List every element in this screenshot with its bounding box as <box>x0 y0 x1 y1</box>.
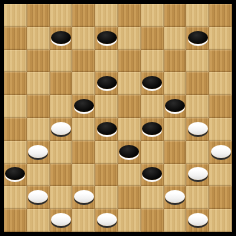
square-39[interactable] <box>141 164 164 187</box>
light-square <box>164 209 187 232</box>
black-piece-39[interactable] <box>142 167 162 180</box>
white-piece-27[interactable] <box>51 122 71 135</box>
light-square <box>4 95 27 118</box>
square-35[interactable] <box>209 141 232 164</box>
light-square <box>72 72 95 95</box>
square-45[interactable] <box>209 186 232 209</box>
light-square <box>186 186 209 209</box>
white-piece-40[interactable] <box>188 167 208 180</box>
light-square <box>50 141 73 164</box>
black-piece-8[interactable] <box>97 31 117 44</box>
square-22[interactable] <box>72 95 95 118</box>
light-square <box>164 118 187 141</box>
light-square <box>72 118 95 141</box>
black-piece-18[interactable] <box>97 76 117 89</box>
light-square <box>27 118 50 141</box>
light-square <box>186 4 209 27</box>
light-square <box>72 209 95 232</box>
draughts-board <box>4 4 232 232</box>
light-square <box>4 50 27 73</box>
square-11[interactable] <box>27 50 50 73</box>
square-33[interactable] <box>118 141 141 164</box>
black-piece-22[interactable] <box>74 99 94 112</box>
light-square <box>4 186 27 209</box>
light-square <box>118 209 141 232</box>
square-29[interactable] <box>141 118 164 141</box>
light-square <box>4 4 27 27</box>
square-19[interactable] <box>141 72 164 95</box>
light-square <box>27 164 50 187</box>
light-square <box>95 50 118 73</box>
light-square <box>50 50 73 73</box>
light-square <box>164 164 187 187</box>
black-piece-7[interactable] <box>51 31 71 44</box>
light-square <box>50 4 73 27</box>
light-square <box>4 141 27 164</box>
light-square <box>118 164 141 187</box>
light-square <box>186 141 209 164</box>
black-piece-28[interactable] <box>97 122 117 135</box>
light-square <box>72 164 95 187</box>
white-piece-31[interactable] <box>28 145 48 158</box>
square-4[interactable] <box>164 4 187 27</box>
square-23[interactable] <box>118 95 141 118</box>
white-piece-41[interactable] <box>28 190 48 203</box>
black-piece-36[interactable] <box>5 167 25 180</box>
square-49[interactable] <box>141 209 164 232</box>
square-5[interactable] <box>209 4 232 27</box>
white-piece-48[interactable] <box>97 213 117 226</box>
light-square <box>27 209 50 232</box>
light-square <box>27 27 50 50</box>
board-frame <box>0 0 236 236</box>
white-piece-50[interactable] <box>188 213 208 226</box>
black-piece-33[interactable] <box>119 145 139 158</box>
light-square <box>209 118 232 141</box>
white-piece-30[interactable] <box>188 122 208 135</box>
white-piece-42[interactable] <box>74 190 94 203</box>
square-16[interactable] <box>4 72 27 95</box>
light-square <box>50 186 73 209</box>
light-square <box>186 50 209 73</box>
square-44[interactable] <box>164 186 187 209</box>
black-piece-10[interactable] <box>188 31 208 44</box>
light-square <box>95 141 118 164</box>
square-40[interactable] <box>186 164 209 187</box>
light-square <box>186 95 209 118</box>
square-31[interactable] <box>27 141 50 164</box>
square-30[interactable] <box>186 118 209 141</box>
light-square <box>141 50 164 73</box>
square-36[interactable] <box>4 164 27 187</box>
square-32[interactable] <box>72 141 95 164</box>
light-square <box>95 4 118 27</box>
square-15[interactable] <box>209 50 232 73</box>
square-2[interactable] <box>72 4 95 27</box>
square-24[interactable] <box>164 95 187 118</box>
light-square <box>118 118 141 141</box>
square-12[interactable] <box>72 50 95 73</box>
white-piece-35[interactable] <box>211 145 231 158</box>
square-13[interactable] <box>118 50 141 73</box>
square-38[interactable] <box>95 164 118 187</box>
square-50[interactable] <box>186 209 209 232</box>
square-48[interactable] <box>95 209 118 232</box>
light-square <box>141 141 164 164</box>
square-10[interactable] <box>186 27 209 50</box>
black-piece-19[interactable] <box>142 76 162 89</box>
square-3[interactable] <box>118 4 141 27</box>
square-47[interactable] <box>50 209 73 232</box>
light-square <box>72 27 95 50</box>
light-square <box>141 95 164 118</box>
square-27[interactable] <box>50 118 73 141</box>
square-41[interactable] <box>27 186 50 209</box>
square-8[interactable] <box>95 27 118 50</box>
black-piece-29[interactable] <box>142 122 162 135</box>
light-square <box>95 186 118 209</box>
light-square <box>141 4 164 27</box>
white-piece-47[interactable] <box>51 213 71 226</box>
white-piece-44[interactable] <box>165 190 185 203</box>
light-square <box>164 27 187 50</box>
square-18[interactable] <box>95 72 118 95</box>
square-9[interactable] <box>141 27 164 50</box>
square-46[interactable] <box>4 209 27 232</box>
light-square <box>209 209 232 232</box>
square-14[interactable] <box>164 50 187 73</box>
square-37[interactable] <box>50 164 73 187</box>
light-square <box>164 72 187 95</box>
square-25[interactable] <box>209 95 232 118</box>
square-43[interactable] <box>118 186 141 209</box>
square-28[interactable] <box>95 118 118 141</box>
light-square <box>209 27 232 50</box>
square-7[interactable] <box>50 27 73 50</box>
square-1[interactable] <box>27 4 50 27</box>
square-6[interactable] <box>4 27 27 50</box>
black-piece-24[interactable] <box>165 99 185 112</box>
square-34[interactable] <box>164 141 187 164</box>
square-17[interactable] <box>50 72 73 95</box>
square-21[interactable] <box>27 95 50 118</box>
light-square <box>209 164 232 187</box>
square-26[interactable] <box>4 118 27 141</box>
light-square <box>209 72 232 95</box>
light-square <box>95 95 118 118</box>
light-square <box>27 72 50 95</box>
square-20[interactable] <box>186 72 209 95</box>
light-square <box>118 72 141 95</box>
light-square <box>50 95 73 118</box>
light-square <box>141 186 164 209</box>
light-square <box>118 27 141 50</box>
square-42[interactable] <box>72 186 95 209</box>
